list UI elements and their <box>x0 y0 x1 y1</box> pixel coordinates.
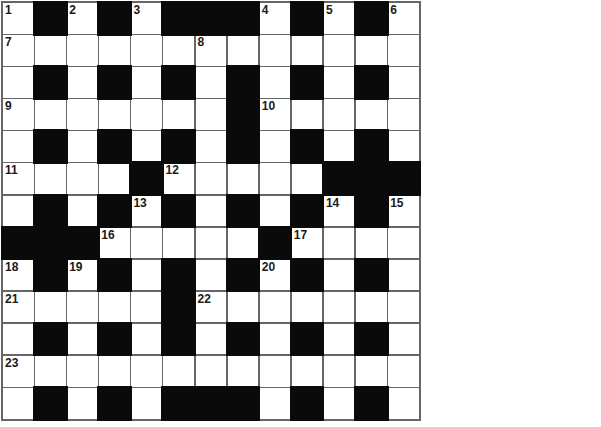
cell-r1c6[interactable]: 8 <box>196 35 227 66</box>
clue-number: 16 <box>101 229 114 241</box>
cell-r10c8[interactable] <box>260 324 291 355</box>
cell-r0c8[interactable]: 4 <box>260 3 291 34</box>
cell-r7c2 <box>67 228 98 259</box>
cell-r10c7 <box>228 324 259 355</box>
cell-r10c4[interactable] <box>131 324 162 355</box>
cell-r1c4[interactable] <box>131 35 162 66</box>
cell-r4c12[interactable] <box>388 131 419 162</box>
cell-r2c4[interactable] <box>131 67 162 98</box>
cell-r0c7 <box>228 3 259 34</box>
cell-r2c10[interactable] <box>324 67 355 98</box>
cell-r11c6[interactable] <box>196 356 227 387</box>
cell-r8c1 <box>35 260 66 291</box>
cell-r7c6[interactable] <box>196 228 227 259</box>
cell-r0c0[interactable]: 1 <box>3 3 34 34</box>
cell-r4c6[interactable] <box>196 131 227 162</box>
cell-r12c6 <box>196 388 227 419</box>
cell-r1c12[interactable] <box>388 35 419 66</box>
cell-r6c7 <box>228 196 259 227</box>
cell-r4c0[interactable] <box>3 131 34 162</box>
cell-r12c4[interactable] <box>131 388 162 419</box>
cell-r11c12[interactable] <box>388 356 419 387</box>
cell-r4c11 <box>356 131 387 162</box>
cell-r5c4 <box>131 163 162 194</box>
cell-r5c8[interactable] <box>260 163 291 194</box>
clue-number: 5 <box>326 4 333 16</box>
cell-r6c6[interactable] <box>196 196 227 227</box>
cell-r3c2[interactable] <box>67 99 98 130</box>
cell-r3c12[interactable] <box>388 99 419 130</box>
cell-r10c11 <box>356 324 387 355</box>
clue-number: 4 <box>262 4 269 16</box>
cell-r9c3[interactable] <box>99 292 130 323</box>
cell-r7c3[interactable]: 16 <box>99 228 130 259</box>
cell-r9c0[interactable]: 21 <box>3 292 34 323</box>
cell-r2c12[interactable] <box>388 67 419 98</box>
cell-r12c9 <box>292 388 323 419</box>
cell-r10c5 <box>163 324 194 355</box>
clue-number: 1 <box>5 4 12 16</box>
cell-r4c8[interactable] <box>260 131 291 162</box>
cell-r4c2[interactable] <box>67 131 98 162</box>
cell-r2c7 <box>228 67 259 98</box>
cell-r5c5[interactable]: 12 <box>163 163 194 194</box>
cell-r3c5[interactable] <box>163 99 194 130</box>
cell-r4c4[interactable] <box>131 131 162 162</box>
cell-r11c2[interactable] <box>67 356 98 387</box>
cell-r12c5 <box>163 388 194 419</box>
cell-r1c5[interactable] <box>163 35 194 66</box>
clue-number: 13 <box>133 197 146 209</box>
cell-r0c5 <box>163 3 194 34</box>
cell-r2c11 <box>356 67 387 98</box>
cell-r8c10[interactable] <box>324 260 355 291</box>
cell-r0c1 <box>35 3 66 34</box>
cell-r8c5 <box>163 260 194 291</box>
cell-r7c7[interactable] <box>228 228 259 259</box>
cell-r10c3 <box>99 324 130 355</box>
cell-r10c10[interactable] <box>324 324 355 355</box>
cell-r11c7[interactable] <box>228 356 259 387</box>
cell-r9c11[interactable] <box>356 292 387 323</box>
cell-r11c10[interactable] <box>324 356 355 387</box>
cell-r9c10[interactable] <box>324 292 355 323</box>
cell-r6c2[interactable] <box>67 196 98 227</box>
cell-r6c3 <box>99 196 130 227</box>
cell-r5c6[interactable] <box>196 163 227 194</box>
cell-r6c0[interactable] <box>3 196 34 227</box>
cell-r6c5 <box>163 196 194 227</box>
cell-r2c3 <box>99 67 130 98</box>
cell-r12c2[interactable] <box>67 388 98 419</box>
cell-r1c0[interactable]: 7 <box>3 35 34 66</box>
cell-r4c7 <box>228 131 259 162</box>
cell-r7c9[interactable]: 17 <box>292 228 323 259</box>
clue-number: 7 <box>5 36 12 48</box>
cell-r9c1[interactable] <box>35 292 66 323</box>
cell-r11c3[interactable] <box>99 356 130 387</box>
cell-r11c1[interactable] <box>35 356 66 387</box>
clue-number: 9 <box>5 100 12 112</box>
cell-r4c3 <box>99 131 130 162</box>
cell-r9c9[interactable] <box>292 292 323 323</box>
cell-r12c11 <box>356 388 387 419</box>
cell-r6c4[interactable]: 13 <box>131 196 162 227</box>
cell-r9c12[interactable] <box>388 292 419 323</box>
cell-r2c0[interactable] <box>3 67 34 98</box>
cell-r0c12[interactable]: 6 <box>388 3 419 34</box>
cell-r6c10[interactable]: 14 <box>324 196 355 227</box>
cell-r10c1 <box>35 324 66 355</box>
cell-r8c11 <box>356 260 387 291</box>
cell-r5c0[interactable]: 11 <box>3 163 34 194</box>
cell-r7c1 <box>35 228 66 259</box>
cell-r7c0 <box>3 228 34 259</box>
cell-r1c9[interactable] <box>292 35 323 66</box>
cell-r0c6 <box>196 3 227 34</box>
cell-r4c1 <box>35 131 66 162</box>
cell-r3c7 <box>228 99 259 130</box>
cell-r8c12[interactable] <box>388 260 419 291</box>
cell-r8c8[interactable]: 20 <box>260 260 291 291</box>
cell-r2c6[interactable] <box>196 67 227 98</box>
cell-r5c11 <box>356 163 387 194</box>
cell-r10c6[interactable] <box>196 324 227 355</box>
cell-r8c2[interactable]: 19 <box>67 260 98 291</box>
cell-r10c2[interactable] <box>67 324 98 355</box>
crossword-grid: 1234567891011121314151617181920212223 <box>1 1 421 421</box>
cell-r3c3[interactable] <box>99 99 130 130</box>
cell-r7c12[interactable] <box>388 228 419 259</box>
cell-r12c0[interactable] <box>3 388 34 419</box>
cell-r12c12[interactable] <box>388 388 419 419</box>
cell-r1c11[interactable] <box>356 35 387 66</box>
cell-r5c10 <box>324 163 355 194</box>
cell-r10c9 <box>292 324 323 355</box>
cell-r6c1 <box>35 196 66 227</box>
cell-r3c4[interactable] <box>131 99 162 130</box>
cell-r1c10[interactable] <box>324 35 355 66</box>
cell-r2c9 <box>292 67 323 98</box>
cell-r11c9[interactable] <box>292 356 323 387</box>
cell-r0c10[interactable]: 5 <box>324 3 355 34</box>
cell-r3c1[interactable] <box>35 99 66 130</box>
cell-r1c8[interactable] <box>260 35 291 66</box>
cell-r8c7 <box>228 260 259 291</box>
cell-r12c10[interactable] <box>324 388 355 419</box>
cell-r1c3[interactable] <box>99 35 130 66</box>
cell-r12c1 <box>35 388 66 419</box>
cell-r8c6[interactable] <box>196 260 227 291</box>
cell-r5c2[interactable] <box>67 163 98 194</box>
clue-number: 12 <box>165 164 178 176</box>
cell-r9c2[interactable] <box>67 292 98 323</box>
cell-r5c3[interactable] <box>99 163 130 194</box>
cell-r0c3 <box>99 3 130 34</box>
clue-number: 3 <box>133 4 140 16</box>
clue-number: 17 <box>294 229 307 241</box>
cell-r6c9 <box>292 196 323 227</box>
clue-number: 20 <box>262 261 275 273</box>
cell-r6c8[interactable] <box>260 196 291 227</box>
cell-r12c3 <box>99 388 130 419</box>
clue-number: 14 <box>326 197 339 209</box>
cell-r1c7[interactable] <box>228 35 259 66</box>
cell-r9c7[interactable] <box>228 292 259 323</box>
cell-r9c4[interactable] <box>131 292 162 323</box>
cell-r2c5 <box>163 67 194 98</box>
cell-r3c9[interactable] <box>292 99 323 130</box>
cell-r0c4[interactable]: 3 <box>131 3 162 34</box>
cell-r4c9 <box>292 131 323 162</box>
cell-r8c4[interactable] <box>131 260 162 291</box>
cell-r8c9 <box>292 260 323 291</box>
cell-r5c1[interactable] <box>35 163 66 194</box>
cell-r0c9 <box>292 3 323 34</box>
cell-r11c5[interactable] <box>163 356 194 387</box>
cell-r1c2[interactable] <box>67 35 98 66</box>
cell-r3c0[interactable]: 9 <box>3 99 34 130</box>
cell-r10c12[interactable] <box>388 324 419 355</box>
cell-r0c2[interactable]: 2 <box>67 3 98 34</box>
cell-r2c1 <box>35 67 66 98</box>
cell-r10c0[interactable] <box>3 324 34 355</box>
cell-r12c8[interactable] <box>260 388 291 419</box>
cell-r5c12 <box>388 163 419 194</box>
cell-r0c11 <box>356 3 387 34</box>
clue-number: 18 <box>5 261 18 273</box>
cell-r11c0[interactable]: 23 <box>3 356 34 387</box>
cell-r1c1[interactable] <box>35 35 66 66</box>
clue-number: 19 <box>69 261 82 273</box>
clue-number: 15 <box>390 197 403 209</box>
clue-number: 23 <box>5 357 18 369</box>
cell-r11c4[interactable] <box>131 356 162 387</box>
cell-r11c11[interactable] <box>356 356 387 387</box>
cell-r7c8 <box>260 228 291 259</box>
cell-r7c10[interactable] <box>324 228 355 259</box>
cell-r4c10[interactable] <box>324 131 355 162</box>
cell-r4c5 <box>163 131 194 162</box>
cell-r2c8[interactable] <box>260 67 291 98</box>
cell-r5c9[interactable] <box>292 163 323 194</box>
clue-number: 2 <box>69 4 76 16</box>
cell-r7c11[interactable] <box>356 228 387 259</box>
cell-r5c7[interactable] <box>228 163 259 194</box>
cell-r3c6[interactable] <box>196 99 227 130</box>
cell-r8c3 <box>99 260 130 291</box>
cell-r9c6[interactable]: 22 <box>196 292 227 323</box>
cell-r3c10[interactable] <box>324 99 355 130</box>
cell-r11c8[interactable] <box>260 356 291 387</box>
clue-number: 11 <box>5 164 18 176</box>
clue-number: 8 <box>198 36 205 48</box>
cell-r3c11[interactable] <box>356 99 387 130</box>
clue-number: 6 <box>390 4 397 16</box>
cell-r9c5 <box>163 292 194 323</box>
clue-number: 10 <box>262 100 275 112</box>
cell-r2c2[interactable] <box>67 67 98 98</box>
cell-r6c12[interactable]: 15 <box>388 196 419 227</box>
cell-r7c5[interactable] <box>163 228 194 259</box>
cell-r6c11 <box>356 196 387 227</box>
clue-number: 21 <box>5 293 18 305</box>
cell-r12c7 <box>228 388 259 419</box>
cell-r7c4[interactable] <box>131 228 162 259</box>
cell-r8c0[interactable]: 18 <box>3 260 34 291</box>
clue-number: 22 <box>198 293 211 305</box>
cell-r3c8[interactable]: 10 <box>260 99 291 130</box>
cell-r9c8[interactable] <box>260 292 291 323</box>
